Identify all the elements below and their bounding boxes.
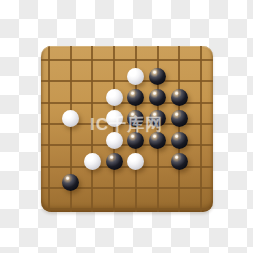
stone-black <box>127 110 144 127</box>
stone-black <box>127 132 144 149</box>
stone-black <box>106 153 123 170</box>
go-board <box>41 46 213 212</box>
stone-black <box>171 132 188 149</box>
stone-white <box>106 110 123 127</box>
stone-white <box>127 153 144 170</box>
stone-black <box>149 68 166 85</box>
stone-white <box>106 89 123 106</box>
stone-white <box>62 110 79 127</box>
stone-white <box>127 68 144 85</box>
stone-white <box>84 153 101 170</box>
stone-black <box>149 132 166 149</box>
stone-black <box>171 153 188 170</box>
stone-white <box>106 132 123 149</box>
stone-black <box>149 110 166 127</box>
transparent-checker-background: IC千库网 <box>0 0 253 253</box>
stone-black <box>171 110 188 127</box>
stone-black <box>127 89 144 106</box>
stone-black <box>149 89 166 106</box>
stone-black <box>171 89 188 106</box>
stone-black <box>62 174 79 191</box>
stone-layer <box>41 46 213 212</box>
